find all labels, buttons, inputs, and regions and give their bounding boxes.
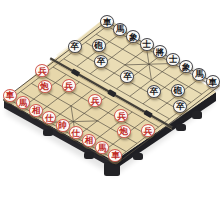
xiangqi-piece-red-soldier: 兵 [62, 79, 76, 92]
xiangqi-piece-black-general: 將 [153, 45, 167, 58]
xiangqi-piece-black-horse: 馬 [113, 23, 127, 36]
xiangqi-piece-red-cannon: 炮 [38, 80, 52, 93]
xiangqi-piece-black-cannon: 砲 [92, 39, 106, 52]
xiangqi-piece-black-elephant: 象 [126, 30, 140, 43]
xiangqi-piece-red-elephant: 相 [82, 134, 96, 147]
xiangqi-piece-red-soldier: 兵 [114, 109, 128, 122]
xiangqi-piece-black-horse: 馬 [192, 68, 206, 81]
xiangqi-piece-red-soldier: 兵 [88, 94, 102, 107]
xiangqi-piece-red-soldier: 兵 [35, 64, 49, 77]
xiangqi-piece-red-horse: 馬 [95, 141, 109, 154]
xiangqi-piece-black-elephant: 象 [179, 60, 193, 73]
xiangqi-piece-black-soldier: 卒 [120, 70, 134, 83]
xiangqi-set-product-photo: 車馬象士將士象馬車砲砲卒卒卒卒卒兵兵兵兵兵炮炮車馬相仕帥仕相馬車 [0, 0, 220, 220]
xiangqi-piece-red-chariot: 車 [108, 149, 122, 162]
xiangqi-piece-red-soldier: 兵 [141, 124, 155, 137]
xiangqi-piece-black-soldier: 卒 [94, 55, 108, 68]
xiangqi-piece-red-elephant: 相 [29, 104, 43, 117]
xiangqi-piece-red-general: 帥 [56, 119, 70, 132]
xiangqi-piece-red-cannon: 炮 [117, 125, 131, 138]
xiangqi-piece-black-advisor: 士 [166, 53, 180, 66]
pieces-layer: 車馬象士將士象馬車砲砲卒卒卒卒卒兵兵兵兵兵炮炮車馬相仕帥仕相馬車 [0, 0, 220, 220]
xiangqi-piece-red-advisor: 仕 [42, 111, 56, 124]
xiangqi-piece-black-advisor: 士 [140, 38, 154, 51]
xiangqi-piece-red-chariot: 車 [3, 89, 17, 102]
xiangqi-piece-red-horse: 馬 [16, 96, 30, 109]
xiangqi-piece-black-soldier: 卒 [68, 40, 82, 53]
xiangqi-piece-black-soldier: 卒 [173, 100, 187, 113]
xiangqi-piece-black-soldier: 卒 [147, 85, 161, 98]
xiangqi-piece-black-cannon: 砲 [171, 84, 185, 97]
xiangqi-piece-red-advisor: 仕 [69, 126, 83, 139]
xiangqi-piece-black-chariot: 車 [206, 75, 220, 88]
xiangqi-piece-black-chariot: 車 [100, 15, 114, 28]
